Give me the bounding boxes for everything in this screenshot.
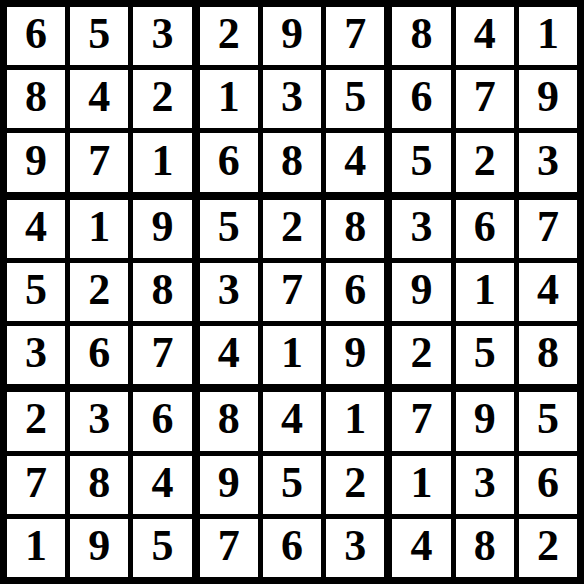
cell-r3c7[interactable]: 5	[392, 133, 450, 191]
cell-r2c3[interactable]: 2	[133, 70, 191, 128]
cell-r3c6[interactable]: 4	[326, 133, 384, 191]
cell-r6c3[interactable]: 7	[133, 326, 191, 384]
cell-r8c5[interactable]: 5	[263, 456, 321, 514]
cell-r8c7[interactable]: 1	[392, 456, 450, 514]
cell-r4c1[interactable]: 4	[7, 200, 65, 258]
box-8: 841952763	[200, 392, 385, 577]
box-7: 236784195	[7, 392, 192, 577]
cell-r5c9[interactable]: 4	[519, 263, 577, 321]
cell-r6c7[interactable]: 2	[392, 326, 450, 384]
cell-r6c1[interactable]: 3	[7, 326, 65, 384]
cell-r7c7[interactable]: 7	[392, 392, 450, 450]
cell-r2c2[interactable]: 4	[70, 70, 128, 128]
cell-r7c1[interactable]: 2	[7, 392, 65, 450]
cell-r1c9[interactable]: 1	[519, 7, 577, 65]
cell-r7c3[interactable]: 6	[133, 392, 191, 450]
cell-r9c4[interactable]: 7	[200, 519, 258, 577]
cell-r2c5[interactable]: 3	[263, 70, 321, 128]
cell-r7c4[interactable]: 8	[200, 392, 258, 450]
cell-r2c4[interactable]: 1	[200, 70, 258, 128]
cell-r4c2[interactable]: 1	[70, 200, 128, 258]
cell-r8c9[interactable]: 6	[519, 456, 577, 514]
cell-r7c9[interactable]: 5	[519, 392, 577, 450]
cell-r1c6[interactable]: 7	[326, 7, 384, 65]
cell-r9c8[interactable]: 8	[456, 519, 514, 577]
cell-r7c5[interactable]: 4	[263, 392, 321, 450]
cell-r6c8[interactable]: 5	[456, 326, 514, 384]
cell-r6c4[interactable]: 4	[200, 326, 258, 384]
cell-r9c2[interactable]: 9	[70, 519, 128, 577]
cell-r3c5[interactable]: 8	[263, 133, 321, 191]
cell-r3c9[interactable]: 3	[519, 133, 577, 191]
cell-r8c8[interactable]: 3	[456, 456, 514, 514]
cell-r1c5[interactable]: 9	[263, 7, 321, 65]
cell-r5c5[interactable]: 7	[263, 263, 321, 321]
cell-r9c7[interactable]: 4	[392, 519, 450, 577]
cell-r4c6[interactable]: 8	[326, 200, 384, 258]
cell-r9c9[interactable]: 2	[519, 519, 577, 577]
cell-r3c2[interactable]: 7	[70, 133, 128, 191]
cell-r1c8[interactable]: 4	[456, 7, 514, 65]
cell-r1c1[interactable]: 6	[7, 7, 65, 65]
cell-r7c8[interactable]: 9	[456, 392, 514, 450]
cell-r1c2[interactable]: 5	[70, 7, 128, 65]
cell-r4c8[interactable]: 6	[456, 200, 514, 258]
cell-r3c3[interactable]: 1	[133, 133, 191, 191]
cell-r5c2[interactable]: 2	[70, 263, 128, 321]
cell-r5c6[interactable]: 6	[326, 263, 384, 321]
cell-r5c8[interactable]: 1	[456, 263, 514, 321]
cell-r1c7[interactable]: 8	[392, 7, 450, 65]
cell-r6c9[interactable]: 8	[519, 326, 577, 384]
cell-r5c3[interactable]: 8	[133, 263, 191, 321]
cell-r7c2[interactable]: 3	[70, 392, 128, 450]
cell-r4c5[interactable]: 2	[263, 200, 321, 258]
box-5: 528376419	[200, 200, 385, 385]
cell-r7c6[interactable]: 1	[326, 392, 384, 450]
cell-r4c7[interactable]: 3	[392, 200, 450, 258]
cell-r2c7[interactable]: 6	[392, 70, 450, 128]
box-1: 653842971	[7, 7, 192, 192]
cell-r8c2[interactable]: 8	[70, 456, 128, 514]
cell-r3c8[interactable]: 2	[456, 133, 514, 191]
cell-r6c2[interactable]: 6	[70, 326, 128, 384]
cell-r8c3[interactable]: 4	[133, 456, 191, 514]
cell-r9c6[interactable]: 3	[326, 519, 384, 577]
box-9: 795136482	[392, 392, 577, 577]
cell-r9c5[interactable]: 6	[263, 519, 321, 577]
cell-r8c4[interactable]: 9	[200, 456, 258, 514]
cell-r5c1[interactable]: 5	[7, 263, 65, 321]
box-6: 367914258	[392, 200, 577, 385]
sudoku-board: 6538429712971356848416795234195283675283…	[0, 0, 584, 584]
cell-r2c6[interactable]: 5	[326, 70, 384, 128]
cell-r2c8[interactable]: 7	[456, 70, 514, 128]
cell-r8c1[interactable]: 7	[7, 456, 65, 514]
cell-r9c1[interactable]: 1	[7, 519, 65, 577]
cell-r1c3[interactable]: 3	[133, 7, 191, 65]
cell-r3c4[interactable]: 6	[200, 133, 258, 191]
cell-r1c4[interactable]: 2	[200, 7, 258, 65]
cell-r2c1[interactable]: 8	[7, 70, 65, 128]
cell-r4c9[interactable]: 7	[519, 200, 577, 258]
box-2: 297135684	[200, 7, 385, 192]
cell-r8c6[interactable]: 2	[326, 456, 384, 514]
cell-r9c3[interactable]: 5	[133, 519, 191, 577]
cell-r3c1[interactable]: 9	[7, 133, 65, 191]
cell-r6c5[interactable]: 1	[263, 326, 321, 384]
box-4: 419528367	[7, 200, 192, 385]
cell-r5c7[interactable]: 9	[392, 263, 450, 321]
box-3: 841679523	[392, 7, 577, 192]
cell-r4c4[interactable]: 5	[200, 200, 258, 258]
cell-r6c6[interactable]: 9	[326, 326, 384, 384]
cell-r2c9[interactable]: 9	[519, 70, 577, 128]
cell-r5c4[interactable]: 3	[200, 263, 258, 321]
cell-r4c3[interactable]: 9	[133, 200, 191, 258]
